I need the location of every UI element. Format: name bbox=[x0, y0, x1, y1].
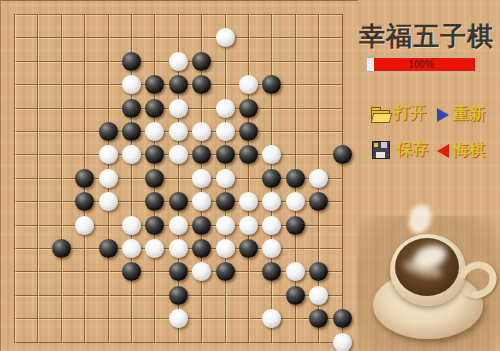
white-stone-9-5 bbox=[216, 122, 235, 141]
white-stone-7-13 bbox=[169, 309, 188, 328]
black-stone-9-11 bbox=[216, 262, 235, 281]
white-stone-7-9 bbox=[169, 216, 188, 235]
black-stone-12-7 bbox=[286, 169, 305, 188]
black-stone-12-9 bbox=[286, 216, 305, 235]
white-stone-7-4 bbox=[169, 99, 188, 118]
black-stone-5-4 bbox=[122, 99, 141, 118]
coffee-cup bbox=[390, 234, 466, 306]
black-stone-12-12 bbox=[286, 286, 305, 305]
white-stone-9-7 bbox=[216, 169, 235, 188]
white-stone-5-9 bbox=[122, 216, 141, 235]
black-stone-4-5 bbox=[99, 122, 118, 141]
coffee-surface bbox=[395, 238, 459, 296]
black-stone-4-10 bbox=[99, 239, 118, 258]
white-stone-12-8 bbox=[286, 192, 305, 211]
black-stone-9-6 bbox=[216, 145, 235, 164]
white-stone-13-7 bbox=[309, 169, 328, 188]
black-stone-14-13 bbox=[333, 309, 352, 328]
milk-foam-steam bbox=[405, 201, 435, 236]
white-stone-13-12 bbox=[309, 286, 328, 305]
open-button[interactable]: 打开 bbox=[371, 103, 426, 124]
undo-button[interactable]: 悔棋 bbox=[437, 140, 485, 161]
undo-button-label: 悔棋 bbox=[453, 140, 485, 161]
white-stone-11-9 bbox=[262, 216, 281, 235]
white-stone-8-7 bbox=[192, 169, 211, 188]
black-stone-3-7 bbox=[75, 169, 94, 188]
ai-progress-bar: 100% bbox=[366, 57, 476, 72]
black-stone-14-6 bbox=[333, 145, 352, 164]
white-stone-5-10 bbox=[122, 239, 141, 258]
black-stone-6-9 bbox=[145, 216, 164, 235]
red-left-triangle-icon bbox=[437, 144, 449, 158]
black-stone-10-4 bbox=[239, 99, 258, 118]
black-stone-8-9 bbox=[192, 216, 211, 235]
white-stone-14-14 bbox=[333, 333, 352, 351]
black-stone-5-2 bbox=[122, 52, 141, 71]
black-stone-7-3 bbox=[169, 75, 188, 94]
black-stone-5-5 bbox=[122, 122, 141, 141]
folder-icon bbox=[371, 107, 390, 121]
black-stone-8-2 bbox=[192, 52, 211, 71]
blue-right-triangle-icon bbox=[437, 108, 449, 122]
white-stone-7-2 bbox=[169, 52, 188, 71]
black-stone-10-10 bbox=[239, 239, 258, 258]
progress-value: 100% bbox=[367, 59, 475, 70]
white-stone-4-8 bbox=[99, 192, 118, 211]
white-stone-9-4 bbox=[216, 99, 235, 118]
white-stone-7-5 bbox=[169, 122, 188, 141]
white-stone-3-9 bbox=[75, 216, 94, 235]
restart-button[interactable]: 重新 bbox=[437, 104, 485, 125]
black-stone-2-10 bbox=[52, 239, 71, 258]
white-stone-9-1 bbox=[216, 28, 235, 47]
white-stone-4-6 bbox=[99, 145, 118, 164]
black-stone-7-8 bbox=[169, 192, 188, 211]
open-button-label: 打开 bbox=[394, 103, 426, 124]
white-stone-10-9 bbox=[239, 216, 258, 235]
gomoku-board[interactable] bbox=[0, 0, 358, 351]
white-stone-4-7 bbox=[99, 169, 118, 188]
white-stone-9-9 bbox=[216, 216, 235, 235]
coffee-cup-image bbox=[357, 216, 500, 351]
floppy-disk-icon bbox=[372, 141, 390, 159]
black-stone-10-5 bbox=[239, 122, 258, 141]
save-button[interactable]: 保存 bbox=[372, 139, 428, 160]
white-stone-9-10 bbox=[216, 239, 235, 258]
white-stone-7-10 bbox=[169, 239, 188, 258]
restart-button-label: 重新 bbox=[453, 104, 485, 125]
black-stone-6-4 bbox=[145, 99, 164, 118]
black-stone-7-12 bbox=[169, 286, 188, 305]
save-button-label: 保存 bbox=[396, 139, 428, 160]
app-title: 幸福五子棋 bbox=[359, 19, 499, 54]
black-stone-9-8 bbox=[216, 192, 235, 211]
